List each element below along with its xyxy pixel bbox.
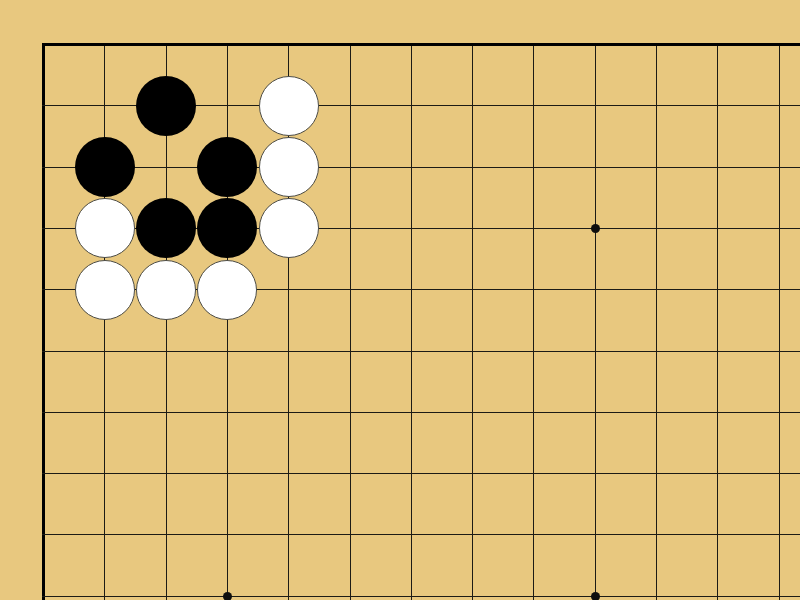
intersection-J10[interactable]	[503, 566, 564, 600]
intersection-G12[interactable]	[381, 443, 442, 504]
intersection-K15[interactable]	[565, 259, 626, 320]
intersection-N12[interactable]	[748, 443, 800, 504]
intersection-A12[interactable]	[13, 443, 74, 504]
intersection-J16[interactable]	[503, 198, 564, 259]
intersection-D12[interactable]	[197, 443, 258, 504]
black-stone-C16[interactable]	[136, 198, 196, 258]
intersection-E13[interactable]	[258, 382, 319, 443]
intersection-E14[interactable]	[258, 320, 319, 381]
intersection-H15[interactable]	[442, 259, 503, 320]
intersection-G13[interactable]	[381, 382, 442, 443]
intersection-A18[interactable]	[13, 75, 74, 136]
intersection-E12[interactable]	[258, 443, 319, 504]
intersection-C15[interactable]	[135, 259, 196, 320]
intersection-A14[interactable]	[13, 320, 74, 381]
intersection-K16[interactable]	[565, 198, 626, 259]
intersection-J14[interactable]	[503, 320, 564, 381]
intersection-H19[interactable]	[442, 14, 503, 75]
intersection-F16[interactable]	[319, 198, 380, 259]
intersection-K14[interactable]	[565, 320, 626, 381]
intersection-K13[interactable]	[565, 382, 626, 443]
intersection-F12[interactable]	[319, 443, 380, 504]
intersection-B11[interactable]	[74, 504, 135, 565]
intersection-E19[interactable]	[258, 14, 319, 75]
intersection-H17[interactable]	[442, 136, 503, 197]
intersection-G16[interactable]	[381, 198, 442, 259]
intersection-M16[interactable]	[687, 198, 748, 259]
intersection-M19[interactable]	[687, 14, 748, 75]
intersection-B12[interactable]	[74, 443, 135, 504]
intersection-E10[interactable]	[258, 566, 319, 600]
intersection-C18[interactable]	[135, 75, 196, 136]
intersection-L11[interactable]	[626, 504, 687, 565]
intersection-D19[interactable]	[197, 14, 258, 75]
intersection-J15[interactable]	[503, 259, 564, 320]
intersection-J18[interactable]	[503, 75, 564, 136]
intersection-E16[interactable]	[258, 198, 319, 259]
intersection-K19[interactable]	[565, 14, 626, 75]
intersection-F14[interactable]	[319, 320, 380, 381]
intersection-M17[interactable]	[687, 136, 748, 197]
black-stone-C18[interactable]	[136, 76, 196, 136]
black-stone-D16[interactable]	[197, 198, 257, 258]
intersection-D15[interactable]	[197, 259, 258, 320]
intersection-L19[interactable]	[626, 14, 687, 75]
intersection-K12[interactable]	[565, 443, 626, 504]
intersection-F15[interactable]	[319, 259, 380, 320]
intersection-N11[interactable]	[748, 504, 800, 565]
intersection-A15[interactable]	[13, 259, 74, 320]
intersection-C17[interactable]	[135, 136, 196, 197]
white-stone-C15[interactable]	[136, 260, 196, 320]
intersection-F19[interactable]	[319, 14, 380, 75]
intersection-J11[interactable]	[503, 504, 564, 565]
intersection-C14[interactable]	[135, 320, 196, 381]
intersection-M14[interactable]	[687, 320, 748, 381]
intersection-E15[interactable]	[258, 259, 319, 320]
intersection-D13[interactable]	[197, 382, 258, 443]
intersection-C19[interactable]	[135, 14, 196, 75]
intersection-D11[interactable]	[197, 504, 258, 565]
intersection-F13[interactable]	[319, 382, 380, 443]
intersection-B10[interactable]	[74, 566, 135, 600]
white-stone-E18[interactable]	[259, 76, 319, 136]
intersection-N15[interactable]	[748, 259, 800, 320]
intersection-H11[interactable]	[442, 504, 503, 565]
intersection-L12[interactable]	[626, 443, 687, 504]
intersection-N10[interactable]	[748, 566, 800, 600]
intersection-M18[interactable]	[687, 75, 748, 136]
white-stone-E16[interactable]	[259, 198, 319, 258]
intersection-A13[interactable]	[13, 382, 74, 443]
intersection-K17[interactable]	[565, 136, 626, 197]
intersection-C11[interactable]	[135, 504, 196, 565]
intersection-B19[interactable]	[74, 14, 135, 75]
intersection-L10[interactable]	[626, 566, 687, 600]
intersection-L17[interactable]	[626, 136, 687, 197]
intersection-A17[interactable]	[13, 136, 74, 197]
intersection-F17[interactable]	[319, 136, 380, 197]
intersection-K10[interactable]	[565, 566, 626, 600]
intersection-C16[interactable]	[135, 198, 196, 259]
black-stone-B17[interactable]	[75, 137, 135, 197]
intersection-N14[interactable]	[748, 320, 800, 381]
go-board-screen	[0, 0, 800, 600]
intersection-G11[interactable]	[381, 504, 442, 565]
intersection-A10[interactable]	[13, 566, 74, 600]
intersection-G17[interactable]	[381, 136, 442, 197]
intersection-G10[interactable]	[381, 566, 442, 600]
intersection-E11[interactable]	[258, 504, 319, 565]
intersection-J17[interactable]	[503, 136, 564, 197]
intersection-H10[interactable]	[442, 566, 503, 600]
white-stone-B15[interactable]	[75, 260, 135, 320]
black-stone-D17[interactable]	[197, 137, 257, 197]
intersection-G18[interactable]	[381, 75, 442, 136]
intersection-B17[interactable]	[74, 136, 135, 197]
intersection-G15[interactable]	[381, 259, 442, 320]
intersection-G14[interactable]	[381, 320, 442, 381]
intersection-N18[interactable]	[748, 75, 800, 136]
intersection-L16[interactable]	[626, 198, 687, 259]
intersection-J19[interactable]	[503, 14, 564, 75]
intersection-C10[interactable]	[135, 566, 196, 600]
intersection-H18[interactable]	[442, 75, 503, 136]
intersection-H13[interactable]	[442, 382, 503, 443]
intersection-D16[interactable]	[197, 198, 258, 259]
intersection-L18[interactable]	[626, 75, 687, 136]
intersection-B18[interactable]	[74, 75, 135, 136]
intersection-D14[interactable]	[197, 320, 258, 381]
intersection-L14[interactable]	[626, 320, 687, 381]
intersection-E17[interactable]	[258, 136, 319, 197]
intersection-H16[interactable]	[442, 198, 503, 259]
intersection-L13[interactable]	[626, 382, 687, 443]
white-stone-D15[interactable]	[197, 260, 257, 320]
intersection-K11[interactable]	[565, 504, 626, 565]
intersection-H12[interactable]	[442, 443, 503, 504]
intersection-F10[interactable]	[319, 566, 380, 600]
intersection-L15[interactable]	[626, 259, 687, 320]
intersection-A16[interactable]	[13, 198, 74, 259]
white-stone-B16[interactable]	[75, 198, 135, 258]
intersection-F11[interactable]	[319, 504, 380, 565]
intersection-M10[interactable]	[687, 566, 748, 600]
intersection-N17[interactable]	[748, 136, 800, 197]
intersection-N19[interactable]	[748, 14, 800, 75]
intersection-N13[interactable]	[748, 382, 800, 443]
intersection-B16[interactable]	[74, 198, 135, 259]
intersection-D18[interactable]	[197, 75, 258, 136]
intersection-D17[interactable]	[197, 136, 258, 197]
intersection-C13[interactable]	[135, 382, 196, 443]
intersection-B13[interactable]	[74, 382, 135, 443]
intersection-J12[interactable]	[503, 443, 564, 504]
white-stone-E17[interactable]	[259, 137, 319, 197]
intersection-M11[interactable]	[687, 504, 748, 565]
intersection-N16[interactable]	[748, 198, 800, 259]
intersection-M12[interactable]	[687, 443, 748, 504]
intersection-K18[interactable]	[565, 75, 626, 136]
intersection-A11[interactable]	[13, 504, 74, 565]
intersection-A19[interactable]	[13, 14, 74, 75]
intersection-M15[interactable]	[687, 259, 748, 320]
intersection-G19[interactable]	[381, 14, 442, 75]
intersection-B15[interactable]	[74, 259, 135, 320]
intersection-D10[interactable]	[197, 566, 258, 600]
intersection-C12[interactable]	[135, 443, 196, 504]
intersection-H14[interactable]	[442, 320, 503, 381]
go-board	[13, 14, 800, 600]
intersection-E18[interactable]	[258, 75, 319, 136]
intersection-M13[interactable]	[687, 382, 748, 443]
intersection-J13[interactable]	[503, 382, 564, 443]
intersection-B14[interactable]	[74, 320, 135, 381]
intersection-F18[interactable]	[319, 75, 380, 136]
